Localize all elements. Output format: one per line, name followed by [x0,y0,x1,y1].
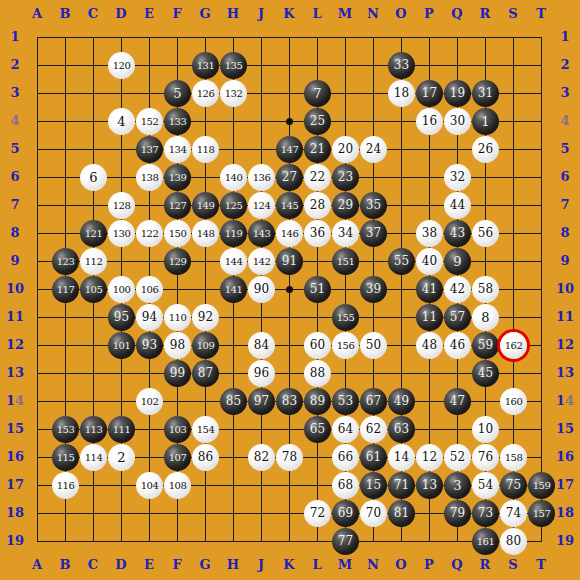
row-label-right-16: 16 [552,449,578,465]
stone-white-86[interactable]: 86 [192,444,219,471]
stone-white-150[interactable]: 150 [164,220,191,247]
stone-white-4[interactable]: 4 [108,108,135,135]
row-label-right-2: 2 [552,57,578,73]
stone-white-24[interactable]: 24 [360,136,387,163]
stone-white-152[interactable]: 152 [136,108,163,135]
col-label-top-O: O [391,6,411,22]
col-label-bottom-N: N [363,557,383,573]
stone-black-107[interactable]: 107 [164,444,191,471]
stone-white-60[interactable]: 60 [304,332,331,359]
go-board[interactable]: AABBCCDDEEFFGGHHJJKKLLMMNNOOPPQQRRSSTT11… [0,0,580,580]
stone-white-30[interactable]: 30 [444,108,471,135]
row-label-right-3: 3 [552,85,578,101]
col-label-top-N: N [363,6,383,22]
row-label-left-4: 4 [2,113,28,129]
col-label-bottom-F: F [167,557,187,573]
col-label-bottom-G: G [195,557,215,573]
stone-black-91[interactable]: 91 [276,248,303,275]
col-label-top-E: E [139,6,159,22]
stone-black-127[interactable]: 127 [164,192,191,219]
stone-black-95[interactable]: 95 [108,304,135,331]
row-label-right-11: 11 [552,309,578,325]
stone-black-157[interactable]: 157 [528,500,555,527]
stone-white-100[interactable]: 100 [108,276,135,303]
stone-black-15[interactable]: 15 [360,472,387,499]
col-label-bottom-A: A [27,557,47,573]
row-label-right-17: 17 [552,477,578,493]
stone-black-143[interactable]: 143 [248,220,275,247]
stone-white-68[interactable]: 68 [332,472,359,499]
stone-black-29[interactable]: 29 [332,192,359,219]
stone-white-92[interactable]: 92 [192,304,219,331]
stone-black-75[interactable]: 75 [500,472,527,499]
stone-black-87[interactable]: 87 [192,360,219,387]
col-label-top-A: A [27,6,47,22]
stone-white-22[interactable]: 22 [304,164,331,191]
row-label-left-11: 11 [2,309,28,325]
stone-white-46[interactable]: 46 [444,332,471,359]
stone-black-137[interactable]: 137 [136,136,163,163]
stone-black-83[interactable]: 83 [276,388,303,415]
stone-black-99[interactable]: 99 [164,360,191,387]
stone-black-103[interactable]: 103 [164,416,191,443]
stone-white-154[interactable]: 154 [192,416,219,443]
stone-black-49[interactable]: 49 [388,388,415,415]
stone-black-5[interactable]: 5 [164,80,191,107]
col-label-bottom-K: K [279,557,299,573]
stone-white-34[interactable]: 34 [332,220,359,247]
stone-white-106[interactable]: 106 [136,276,163,303]
col-label-top-R: R [475,6,495,22]
stone-white-144[interactable]: 144 [220,248,247,275]
col-label-bottom-B: B [55,557,75,573]
stone-white-66[interactable]: 66 [332,444,359,471]
row-label-left-14: 14 [2,393,28,409]
stone-black-125[interactable]: 125 [220,192,247,219]
stone-black-59[interactable]: 59 [472,332,499,359]
stone-white-140[interactable]: 140 [220,164,247,191]
stone-white-56[interactable]: 56 [472,220,499,247]
stone-white-74[interactable]: 74 [500,500,527,527]
col-label-top-P: P [419,6,439,22]
stone-white-16[interactable]: 16 [416,108,443,135]
stone-black-149[interactable]: 149 [192,192,219,219]
stone-black-11[interactable]: 11 [416,304,443,331]
stone-white-126[interactable]: 126 [192,80,219,107]
row-label-left-19: 19 [2,533,28,549]
grid-line-v-T [541,37,542,542]
stone-white-44[interactable]: 44 [444,192,471,219]
row-label-right-4: 4 [552,113,578,129]
row-label-left-10: 10 [2,281,28,297]
col-label-bottom-M: M [335,557,355,573]
stone-white-84[interactable]: 84 [248,332,275,359]
stone-white-52[interactable]: 52 [444,444,471,471]
stone-black-9[interactable]: 9 [444,248,471,275]
star-point-K4 [286,118,293,125]
row-label-right-12: 12 [552,337,578,353]
go-board-diagram: AABBCCDDEEFFGGHHJJKKLLMMNNOOPPQQRRSSTT11… [0,0,580,580]
stone-white-102[interactable]: 102 [136,388,163,415]
stone-white-96[interactable]: 96 [248,360,275,387]
stone-white-64[interactable]: 64 [332,416,359,443]
stone-white-136[interactable]: 136 [248,164,275,191]
col-label-bottom-L: L [307,557,327,573]
stone-black-141[interactable]: 141 [220,276,247,303]
stone-white-104[interactable]: 104 [136,472,163,499]
stone-black-153[interactable]: 153 [52,416,79,443]
stone-black-53[interactable]: 53 [332,388,359,415]
row-label-right-10: 10 [552,281,578,297]
star-point-K10 [286,286,293,293]
stone-white-40[interactable]: 40 [416,248,443,275]
stone-black-63[interactable]: 63 [388,416,415,443]
stone-white-94[interactable]: 94 [136,304,163,331]
stone-white-110[interactable]: 110 [164,304,191,331]
stone-black-79[interactable]: 79 [444,500,471,527]
stone-black-147[interactable]: 147 [276,136,303,163]
row-label-left-3: 3 [2,85,28,101]
stone-white-20[interactable]: 20 [332,136,359,163]
row-label-left-17: 17 [2,477,28,493]
stone-black-161[interactable]: 161 [472,528,499,555]
stone-white-72[interactable]: 72 [304,500,331,527]
stone-white-38[interactable]: 38 [416,220,443,247]
stone-black-23[interactable]: 23 [332,164,359,191]
stone-black-117[interactable]: 117 [52,276,79,303]
stone-white-162[interactable]: 162 [500,332,527,359]
stone-black-7[interactable]: 7 [304,80,331,107]
stone-white-130[interactable]: 130 [108,220,135,247]
stone-white-80[interactable]: 80 [500,528,527,555]
col-label-top-B: B [55,6,75,22]
stone-white-132[interactable]: 132 [220,80,247,107]
stone-black-93[interactable]: 93 [136,332,163,359]
stone-black-81[interactable]: 81 [388,500,415,527]
col-label-bottom-P: P [419,557,439,573]
row-label-left-16: 16 [2,449,28,465]
stone-white-122[interactable]: 122 [136,220,163,247]
stone-white-36[interactable]: 36 [304,220,331,247]
row-label-left-2: 2 [2,57,28,73]
row-label-left-8: 8 [2,225,28,241]
stone-white-90[interactable]: 90 [248,276,275,303]
row-label-right-15: 15 [552,421,578,437]
row-label-right-14: 14 [552,393,578,409]
col-label-bottom-T: T [531,557,551,573]
stone-white-82[interactable]: 82 [248,444,275,471]
stone-black-131[interactable]: 131 [192,52,219,79]
col-label-top-M: M [335,6,355,22]
stone-white-98[interactable]: 98 [164,332,191,359]
stone-white-142[interactable]: 142 [248,248,275,275]
stone-black-159[interactable]: 159 [528,472,555,499]
stone-white-112[interactable]: 112 [80,248,107,275]
stone-white-32[interactable]: 32 [444,164,471,191]
stone-white-50[interactable]: 50 [360,332,387,359]
row-label-left-7: 7 [2,197,28,213]
col-label-top-C: C [83,6,103,22]
stone-white-12[interactable]: 12 [416,444,443,471]
stone-white-62[interactable]: 62 [360,416,387,443]
stone-black-67[interactable]: 67 [360,388,387,415]
stone-black-41[interactable]: 41 [416,276,443,303]
stone-white-8[interactable]: 8 [472,304,499,331]
stone-white-42[interactable]: 42 [444,276,471,303]
stone-white-116[interactable]: 116 [52,472,79,499]
stone-black-129[interactable]: 129 [164,248,191,275]
stone-black-109[interactable]: 109 [192,332,219,359]
row-label-left-6: 6 [2,169,28,185]
col-label-bottom-R: R [475,557,495,573]
stone-white-78[interactable]: 78 [276,444,303,471]
stone-black-135[interactable]: 135 [220,52,247,79]
stone-black-1[interactable]: 1 [472,108,499,135]
stone-black-133[interactable]: 133 [164,108,191,135]
stone-white-26[interactable]: 26 [472,136,499,163]
stone-white-128[interactable]: 128 [108,192,135,219]
stone-black-123[interactable]: 123 [52,248,79,275]
row-label-right-6: 6 [552,169,578,185]
stone-black-13[interactable]: 13 [416,472,443,499]
row-label-left-1: 1 [2,29,28,45]
col-label-bottom-O: O [391,557,411,573]
stone-white-134[interactable]: 134 [164,136,191,163]
stone-white-88[interactable]: 88 [304,360,331,387]
stone-black-77[interactable]: 77 [332,528,359,555]
col-label-top-D: D [111,6,131,22]
stone-white-54[interactable]: 54 [472,472,499,499]
stone-white-120[interactable]: 120 [108,52,135,79]
row-label-right-19: 19 [552,533,578,549]
stone-black-57[interactable]: 57 [444,304,471,331]
stone-white-138[interactable]: 138 [136,164,163,191]
row-label-left-18: 18 [2,505,28,521]
stone-black-69[interactable]: 69 [332,500,359,527]
row-label-right-5: 5 [552,141,578,157]
col-label-top-L: L [307,6,327,22]
stone-black-43[interactable]: 43 [444,220,471,247]
col-label-top-K: K [279,6,299,22]
stone-white-146[interactable]: 146 [276,220,303,247]
col-label-bottom-D: D [111,557,131,573]
grid-line-v-A [37,37,38,542]
stone-black-45[interactable]: 45 [472,360,499,387]
stone-white-76[interactable]: 76 [472,444,499,471]
stone-black-155[interactable]: 155 [332,304,359,331]
stone-black-71[interactable]: 71 [388,472,415,499]
stone-white-18[interactable]: 18 [388,80,415,107]
stone-white-108[interactable]: 108 [164,472,191,499]
stone-black-47[interactable]: 47 [444,388,471,415]
stone-black-31[interactable]: 31 [472,80,499,107]
stone-black-39[interactable]: 39 [360,276,387,303]
col-label-top-F: F [167,6,187,22]
col-label-top-G: G [195,6,215,22]
stone-black-113[interactable]: 113 [80,416,107,443]
stone-black-105[interactable]: 105 [80,276,107,303]
col-label-bottom-C: C [83,557,103,573]
stone-black-115[interactable]: 115 [52,444,79,471]
col-label-bottom-Q: Q [447,557,467,573]
col-label-bottom-S: S [503,557,523,573]
stone-white-14[interactable]: 14 [388,444,415,471]
stone-white-6[interactable]: 6 [80,164,107,191]
stone-black-73[interactable]: 73 [472,500,499,527]
stone-black-145[interactable]: 145 [276,192,303,219]
stone-white-10[interactable]: 10 [472,416,499,443]
stone-white-148[interactable]: 148 [192,220,219,247]
stone-black-27[interactable]: 27 [276,164,303,191]
stone-black-37[interactable]: 37 [360,220,387,247]
stone-black-33[interactable]: 33 [388,52,415,79]
stone-black-3[interactable]: 3 [444,472,471,499]
stone-black-21[interactable]: 21 [304,136,331,163]
row-label-right-1: 1 [552,29,578,45]
col-label-top-Q: Q [447,6,467,22]
row-label-right-9: 9 [552,253,578,269]
row-label-left-9: 9 [2,253,28,269]
row-label-left-15: 15 [2,421,28,437]
stone-black-121[interactable]: 121 [80,220,107,247]
col-label-bottom-E: E [139,557,159,573]
stone-black-61[interactable]: 61 [360,444,387,471]
col-label-top-T: T [531,6,551,22]
row-label-right-7: 7 [552,197,578,213]
stone-black-55[interactable]: 55 [388,248,415,275]
stone-black-65[interactable]: 65 [304,416,331,443]
col-label-bottom-J: J [251,557,271,573]
stone-black-25[interactable]: 25 [304,108,331,135]
row-label-left-13: 13 [2,365,28,381]
stone-white-156[interactable]: 156 [332,332,359,359]
stone-black-97[interactable]: 97 [248,388,275,415]
row-label-right-8: 8 [552,225,578,241]
stone-white-124[interactable]: 124 [248,192,275,219]
stone-black-51[interactable]: 51 [304,276,331,303]
stone-white-114[interactable]: 114 [80,444,107,471]
row-label-right-13: 13 [552,365,578,381]
col-label-top-H: H [223,6,243,22]
stone-white-48[interactable]: 48 [416,332,443,359]
row-label-right-18: 18 [552,505,578,521]
stone-white-158[interactable]: 158 [500,444,527,471]
stone-white-28[interactable]: 28 [304,192,331,219]
stone-white-58[interactable]: 58 [472,276,499,303]
stone-white-2[interactable]: 2 [108,444,135,471]
stone-black-89[interactable]: 89 [304,388,331,415]
col-label-bottom-H: H [223,557,243,573]
col-label-top-J: J [251,6,271,22]
row-label-left-12: 12 [2,337,28,353]
stone-black-101[interactable]: 101 [108,332,135,359]
stone-black-35[interactable]: 35 [360,192,387,219]
stone-black-111[interactable]: 111 [108,416,135,443]
col-label-top-S: S [503,6,523,22]
row-label-left-5: 5 [2,141,28,157]
stone-black-85[interactable]: 85 [220,388,247,415]
stone-black-139[interactable]: 139 [164,164,191,191]
stone-black-19[interactable]: 19 [444,80,471,107]
stone-white-118[interactable]: 118 [192,136,219,163]
stone-black-17[interactable]: 17 [416,80,443,107]
stone-black-119[interactable]: 119 [220,220,247,247]
stone-white-160[interactable]: 160 [500,388,527,415]
stone-white-70[interactable]: 70 [360,500,387,527]
stone-black-151[interactable]: 151 [332,248,359,275]
